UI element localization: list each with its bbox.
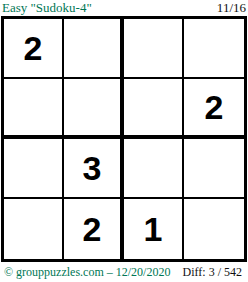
puzzle-page: Easy "Sudoku-4" 11/16 2 2 3 2 1 © groupp… [0, 0, 248, 282]
cell-r3c2[interactable]: 3 [64, 139, 124, 199]
copyright-text: © grouppuzzles.com – 12/20/2020 [4, 265, 170, 279]
header: Easy "Sudoku-4" 11/16 [0, 0, 248, 16]
cell-r2c3[interactable] [124, 79, 184, 139]
cell-r2c4[interactable]: 2 [184, 79, 244, 139]
difficulty-text: Diff: 3 / 542 [183, 265, 242, 279]
cell-r1c4[interactable] [184, 19, 244, 79]
cell-r3c3[interactable] [124, 139, 184, 199]
cell-r1c1[interactable]: 2 [4, 19, 64, 79]
cell-r1c3[interactable] [124, 19, 184, 79]
cell-r2c1[interactable] [4, 79, 64, 139]
cell-r3c1[interactable] [4, 139, 64, 199]
cell-r1c2[interactable] [64, 19, 124, 79]
sudoku-board: 2 2 3 2 1 [1, 16, 247, 262]
cell-r4c1[interactable] [4, 199, 64, 259]
puzzle-title: Easy "Sudoku-4" [2, 1, 92, 15]
cell-r3c4[interactable] [184, 139, 244, 199]
cell-r2c2[interactable] [64, 79, 124, 139]
cell-r4c2[interactable]: 2 [64, 199, 124, 259]
cell-r4c4[interactable] [184, 199, 244, 259]
cell-r4c3[interactable]: 1 [124, 199, 184, 259]
footer: © grouppuzzles.com – 12/20/2020 Diff: 3 … [0, 262, 248, 282]
puzzle-counter: 11/16 [217, 1, 246, 15]
